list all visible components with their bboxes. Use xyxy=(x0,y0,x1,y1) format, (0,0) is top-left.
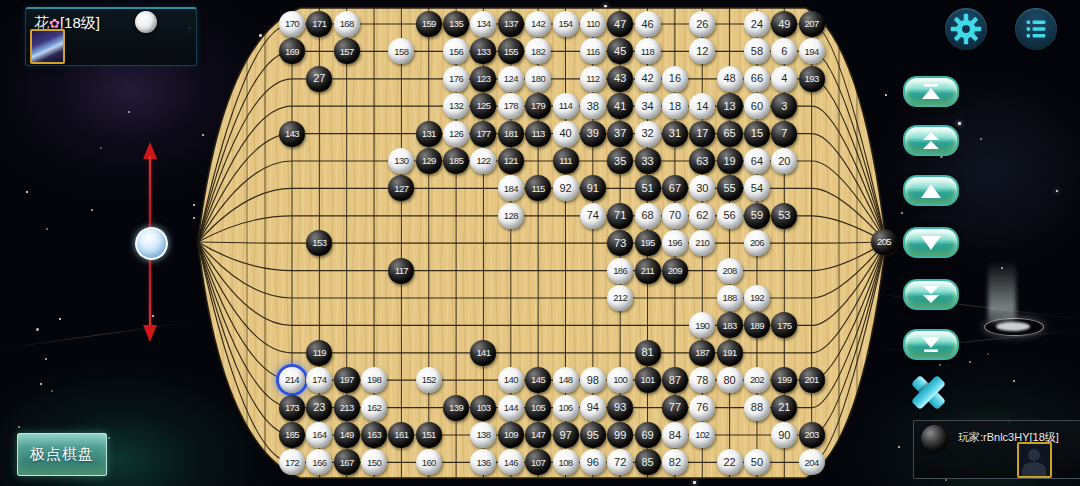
double-triangle-up-icon xyxy=(918,132,944,150)
triangle-up-with-bar-icon xyxy=(918,83,944,100)
settings-button[interactable] xyxy=(945,8,987,50)
back-one-button[interactable] xyxy=(903,175,959,206)
forward-one-button[interactable] xyxy=(903,227,959,258)
white-player-avatar[interactable] xyxy=(30,29,65,64)
black-player-avatar[interactable] xyxy=(1017,442,1052,478)
bullet-list-icon xyxy=(1019,12,1053,46)
player-panel-white: 花✿[18级] xyxy=(25,7,197,66)
close-button[interactable] xyxy=(906,370,950,414)
avatar-silhouette-icon xyxy=(1022,462,1046,478)
jump-to-first-button[interactable] xyxy=(903,76,959,107)
triangle-up-icon xyxy=(918,183,944,199)
triangle-down-with-bar-icon xyxy=(918,336,944,353)
black-stone-indicator xyxy=(921,425,948,452)
avatar-silhouette-icon xyxy=(1028,449,1040,461)
gear-icon xyxy=(949,12,983,46)
white-stone-indicator xyxy=(135,11,157,33)
double-triangle-down-icon xyxy=(918,286,944,304)
slider-handle[interactable] xyxy=(135,227,168,260)
back-multiple-button[interactable] xyxy=(903,125,959,156)
game-screen: 1701711681591351341371421541104746262449… xyxy=(0,0,1080,486)
forward-multiple-button[interactable] xyxy=(903,279,959,310)
jump-to-last-button[interactable] xyxy=(903,329,959,360)
slider-arrow-down-icon[interactable] xyxy=(143,325,157,342)
triangle-down-icon xyxy=(918,235,944,251)
player-panel-black: 玩家:rBnlc3HY[18级] xyxy=(913,420,1080,479)
menu-button[interactable] xyxy=(1015,8,1057,50)
board-mode-button[interactable]: 极点棋盘 xyxy=(17,433,107,476)
